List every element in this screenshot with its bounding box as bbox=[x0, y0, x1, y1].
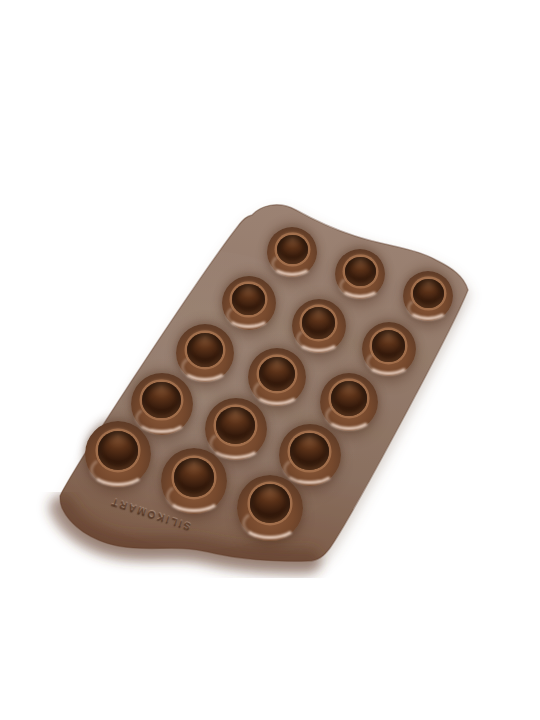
cavity-opening bbox=[277, 235, 308, 265]
mould-cavity-r1c2 bbox=[335, 249, 385, 299]
mould-cavity-r2c1 bbox=[222, 276, 276, 330]
cavity-opening bbox=[331, 381, 367, 415]
cavity-opening bbox=[187, 333, 223, 367]
cavity-opening bbox=[259, 357, 295, 391]
mould-cavity-r2c2 bbox=[292, 299, 346, 353]
cavity-opening bbox=[174, 458, 215, 497]
mould-cavity-r5c1 bbox=[85, 421, 151, 487]
cavity-opening bbox=[345, 257, 376, 287]
cavity-opening bbox=[302, 307, 335, 339]
mould-cavity-r3c1 bbox=[176, 324, 234, 382]
product-photo-scene: SILIKOMART bbox=[0, 0, 540, 720]
cavity-opening bbox=[250, 484, 291, 523]
mould-cavity-r1c3 bbox=[403, 271, 453, 321]
cavity-opening bbox=[142, 382, 180, 419]
cavity-grid bbox=[0, 0, 540, 720]
cavity-opening bbox=[232, 284, 265, 316]
mould-cavity-r3c3 bbox=[320, 373, 378, 431]
mould-cavity-r2c3 bbox=[362, 322, 416, 376]
cavity-opening bbox=[290, 433, 328, 470]
mould-cavity-r3c2 bbox=[248, 348, 306, 406]
mould-cavity-r4c3 bbox=[279, 424, 341, 486]
cavity-opening bbox=[413, 279, 444, 309]
mould-cavity-r5c2 bbox=[161, 448, 227, 514]
mould-cavity-r1c1 bbox=[267, 227, 317, 277]
cavity-opening bbox=[372, 330, 405, 362]
mould-cavity-r4c1 bbox=[131, 373, 193, 435]
cavity-opening bbox=[98, 431, 139, 470]
cavity-opening bbox=[216, 407, 254, 444]
mould-cavity-r4c2 bbox=[205, 398, 267, 460]
mould-cavity-r5c3 bbox=[237, 475, 303, 541]
